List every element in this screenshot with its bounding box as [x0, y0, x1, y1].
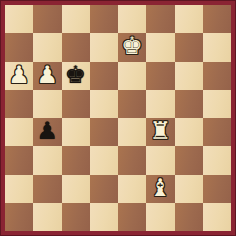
square-b6[interactable]: ♟	[33, 62, 61, 90]
square-d1[interactable]	[90, 203, 118, 231]
square-f2[interactable]: ♝	[146, 175, 174, 203]
square-e6[interactable]	[118, 62, 146, 90]
square-a4[interactable]	[5, 118, 33, 146]
square-c3[interactable]	[62, 146, 90, 174]
square-a7[interactable]	[5, 33, 33, 61]
square-e8[interactable]	[118, 5, 146, 33]
square-c1[interactable]	[62, 203, 90, 231]
square-g5[interactable]	[175, 90, 203, 118]
square-e4[interactable]	[118, 118, 146, 146]
square-f1[interactable]	[146, 203, 174, 231]
square-b4[interactable]: ♟	[33, 118, 61, 146]
chess-board: ♚♟♟♚♟♜♝	[5, 5, 231, 231]
square-f8[interactable]	[146, 5, 174, 33]
square-d7[interactable]	[90, 33, 118, 61]
square-a1[interactable]	[5, 203, 33, 231]
square-g1[interactable]	[175, 203, 203, 231]
square-b3[interactable]	[33, 146, 61, 174]
square-c4[interactable]	[62, 118, 90, 146]
square-h7[interactable]	[203, 33, 231, 61]
square-c7[interactable]	[62, 33, 90, 61]
square-g4[interactable]	[175, 118, 203, 146]
square-h3[interactable]	[203, 146, 231, 174]
square-h1[interactable]	[203, 203, 231, 231]
square-b5[interactable]	[33, 90, 61, 118]
square-d6[interactable]	[90, 62, 118, 90]
square-g2[interactable]	[175, 175, 203, 203]
square-d5[interactable]	[90, 90, 118, 118]
square-f3[interactable]	[146, 146, 174, 174]
square-d3[interactable]	[90, 146, 118, 174]
square-h8[interactable]	[203, 5, 231, 33]
square-c5[interactable]	[62, 90, 90, 118]
white-king[interactable]: ♚	[121, 34, 143, 58]
square-b8[interactable]	[33, 5, 61, 33]
square-b7[interactable]	[33, 33, 61, 61]
square-a8[interactable]	[5, 5, 33, 33]
black-pawn[interactable]: ♟	[37, 119, 59, 143]
square-h2[interactable]	[203, 175, 231, 203]
square-a2[interactable]	[5, 175, 33, 203]
white-bishop[interactable]: ♝	[150, 176, 172, 200]
square-c8[interactable]	[62, 5, 90, 33]
square-d8[interactable]	[90, 5, 118, 33]
white-pawn[interactable]: ♟	[37, 63, 59, 87]
square-g7[interactable]	[175, 33, 203, 61]
square-g6[interactable]	[175, 62, 203, 90]
square-a6[interactable]: ♟	[5, 62, 33, 90]
square-h4[interactable]	[203, 118, 231, 146]
square-g8[interactable]	[175, 5, 203, 33]
square-d4[interactable]	[90, 118, 118, 146]
square-e2[interactable]	[118, 175, 146, 203]
square-e5[interactable]	[118, 90, 146, 118]
square-c6[interactable]: ♚	[62, 62, 90, 90]
square-b2[interactable]	[33, 175, 61, 203]
square-f7[interactable]	[146, 33, 174, 61]
square-b1[interactable]	[33, 203, 61, 231]
white-pawn[interactable]: ♟	[8, 63, 30, 87]
square-h5[interactable]	[203, 90, 231, 118]
chess-board-frame: ♚♟♟♚♟♜♝	[0, 0, 236, 236]
square-f6[interactable]	[146, 62, 174, 90]
white-rook[interactable]: ♜	[150, 119, 172, 143]
square-d2[interactable]	[90, 175, 118, 203]
square-g3[interactable]	[175, 146, 203, 174]
square-e3[interactable]	[118, 146, 146, 174]
square-a3[interactable]	[5, 146, 33, 174]
square-a5[interactable]	[5, 90, 33, 118]
square-c2[interactable]	[62, 175, 90, 203]
square-f5[interactable]	[146, 90, 174, 118]
square-e1[interactable]	[118, 203, 146, 231]
square-e7[interactable]: ♚	[118, 33, 146, 61]
black-king[interactable]: ♚	[65, 63, 87, 87]
square-f4[interactable]: ♜	[146, 118, 174, 146]
square-h6[interactable]	[203, 62, 231, 90]
